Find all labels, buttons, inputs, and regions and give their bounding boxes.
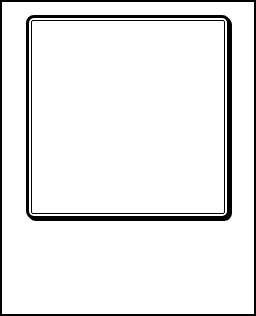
problem-diagram-page — [0, 0, 256, 316]
board-area — [2, 15, 254, 219]
chessboard — [31, 20, 225, 214]
board-frame — [26, 15, 230, 219]
header — [2, 2, 254, 8]
footer — [2, 219, 254, 224]
